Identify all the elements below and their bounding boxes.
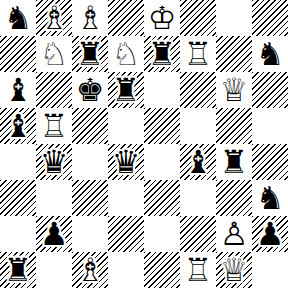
square-h8[interactable]	[252, 0, 288, 36]
black-knight-icon: ♞	[252, 36, 288, 72]
square-c1[interactable]: ♝♗	[72, 252, 108, 288]
black-king-icon: ♚	[72, 72, 108, 108]
white-rook-icon: ♖	[180, 252, 216, 288]
square-a2[interactable]	[0, 216, 36, 252]
square-c2[interactable]	[72, 216, 108, 252]
square-a3[interactable]	[0, 180, 36, 216]
square-e6[interactable]	[144, 72, 180, 108]
square-c3[interactable]	[72, 180, 108, 216]
square-g6[interactable]: ♛♕	[216, 72, 252, 108]
square-c5[interactable]	[72, 108, 108, 144]
square-a6[interactable]: ♝♝	[0, 72, 36, 108]
square-f1[interactable]: ♜♖	[180, 252, 216, 288]
square-a7[interactable]	[0, 36, 36, 72]
square-h4[interactable]	[252, 144, 288, 180]
white-pawn-icon: ♙	[216, 216, 252, 252]
square-h6[interactable]	[252, 72, 288, 108]
square-e4[interactable]	[144, 144, 180, 180]
black-pawn-icon: ♟	[252, 216, 288, 252]
square-h1[interactable]	[252, 252, 288, 288]
square-h5[interactable]	[252, 108, 288, 144]
black-knight-icon: ♞	[0, 0, 36, 36]
square-h2[interactable]: ♟♟	[252, 216, 288, 252]
square-h7[interactable]: ♞♞	[252, 36, 288, 72]
white-rook-icon: ♖	[180, 36, 216, 72]
square-a8[interactable]: ♞♞	[0, 0, 36, 36]
white-rook-icon: ♖	[36, 108, 72, 144]
white-knight-icon: ♘	[36, 36, 72, 72]
square-b3[interactable]	[36, 180, 72, 216]
white-king-icon: ♔	[144, 0, 180, 36]
white-bishop-icon: ♗	[72, 0, 108, 36]
black-rook-icon: ♜	[216, 144, 252, 180]
square-b5[interactable]: ♜♖	[36, 108, 72, 144]
square-b2[interactable]: ♟♟	[36, 216, 72, 252]
square-f4[interactable]: ♝♝	[180, 144, 216, 180]
square-f2[interactable]	[180, 216, 216, 252]
square-h3[interactable]: ♞♞	[252, 180, 288, 216]
square-b6[interactable]	[36, 72, 72, 108]
square-d5[interactable]	[108, 108, 144, 144]
square-e3[interactable]	[144, 180, 180, 216]
square-d6[interactable]: ♜♜	[108, 72, 144, 108]
square-f5[interactable]	[180, 108, 216, 144]
square-e2[interactable]	[144, 216, 180, 252]
black-queen-icon: ♛	[108, 144, 144, 180]
black-bishop-icon: ♝	[0, 108, 36, 144]
black-pawn-icon: ♟	[36, 216, 72, 252]
chess-board: ♞♞♝♗♝♗♚♔♞♘♜♜♞♘♜♜♜♖♞♞♝♝♚♚♜♜♛♕♝♝♜♖♛♛♛♛♝♝♜♜…	[0, 0, 288, 288]
black-rook-icon: ♜	[72, 36, 108, 72]
square-e5[interactable]	[144, 108, 180, 144]
square-g7[interactable]	[216, 36, 252, 72]
white-bishop-icon: ♗	[72, 252, 108, 288]
square-a5[interactable]: ♝♝	[0, 108, 36, 144]
square-d2[interactable]	[108, 216, 144, 252]
black-rook-icon: ♜	[0, 252, 36, 288]
square-e1[interactable]	[144, 252, 180, 288]
square-d1[interactable]	[108, 252, 144, 288]
black-queen-icon: ♛	[36, 144, 72, 180]
square-a4[interactable]	[0, 144, 36, 180]
square-b8[interactable]: ♝♗	[36, 0, 72, 36]
square-c6[interactable]: ♚♚	[72, 72, 108, 108]
square-g1[interactable]: ♛♕	[216, 252, 252, 288]
square-d7[interactable]: ♞♘	[108, 36, 144, 72]
white-queen-icon: ♕	[216, 72, 252, 108]
square-f7[interactable]: ♜♖	[180, 36, 216, 72]
white-bishop-icon: ♗	[36, 0, 72, 36]
square-c4[interactable]	[72, 144, 108, 180]
black-bishop-icon: ♝	[0, 72, 36, 108]
black-rook-icon: ♜	[144, 36, 180, 72]
square-e7[interactable]: ♜♜	[144, 36, 180, 72]
square-d4[interactable]: ♛♛	[108, 144, 144, 180]
black-rook-icon: ♜	[108, 72, 144, 108]
black-knight-icon: ♞	[252, 180, 288, 216]
square-e8[interactable]: ♚♔	[144, 0, 180, 36]
square-f6[interactable]	[180, 72, 216, 108]
square-c7[interactable]: ♜♜	[72, 36, 108, 72]
square-a1[interactable]: ♜♜	[0, 252, 36, 288]
white-knight-icon: ♘	[108, 36, 144, 72]
white-queen-icon: ♕	[216, 252, 252, 288]
square-g2[interactable]: ♟♙	[216, 216, 252, 252]
square-g5[interactable]	[216, 108, 252, 144]
square-g4[interactable]: ♜♜	[216, 144, 252, 180]
square-f8[interactable]	[180, 0, 216, 36]
square-c8[interactable]: ♝♗	[72, 0, 108, 36]
square-d8[interactable]	[108, 0, 144, 36]
square-b1[interactable]	[36, 252, 72, 288]
square-g8[interactable]	[216, 0, 252, 36]
square-g3[interactable]	[216, 180, 252, 216]
square-b4[interactable]: ♛♛	[36, 144, 72, 180]
square-b7[interactable]: ♞♘	[36, 36, 72, 72]
square-f3[interactable]	[180, 180, 216, 216]
black-bishop-icon: ♝	[180, 144, 216, 180]
square-d3[interactable]	[108, 180, 144, 216]
